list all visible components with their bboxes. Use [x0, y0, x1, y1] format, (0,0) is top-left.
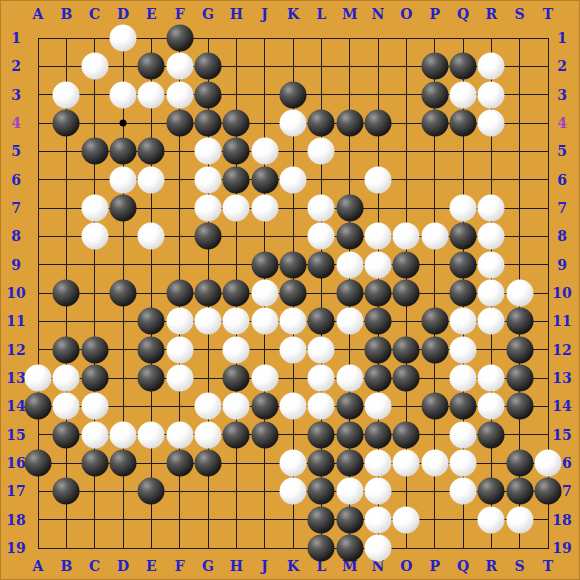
stone-white-R3 — [478, 81, 505, 108]
stone-black-L18 — [308, 506, 335, 533]
stone-white-L7 — [308, 195, 335, 222]
stone-white-K17 — [280, 478, 307, 505]
stone-black-N10 — [365, 280, 392, 307]
grid-line-v-E — [151, 38, 152, 549]
stone-black-J6 — [251, 166, 278, 193]
stone-white-F11 — [166, 308, 193, 335]
column-label-bottom-S: S — [505, 558, 535, 574]
stone-black-K10 — [280, 280, 307, 307]
row-label-right-9: 9 — [547, 257, 577, 273]
stone-black-J9 — [251, 251, 278, 278]
stone-white-S18 — [506, 506, 533, 533]
stone-white-N18 — [365, 506, 392, 533]
stone-white-Q3 — [450, 81, 477, 108]
stone-white-M17 — [336, 478, 363, 505]
stone-white-G11 — [195, 308, 222, 335]
column-label-top-B: B — [51, 6, 81, 22]
stone-black-R15 — [478, 421, 505, 448]
column-label-bottom-E: E — [136, 558, 166, 574]
stone-white-C8 — [81, 223, 108, 250]
stone-white-G6 — [195, 166, 222, 193]
stone-white-L8 — [308, 223, 335, 250]
stone-white-R13 — [478, 365, 505, 392]
stone-white-B3 — [53, 81, 80, 108]
row-label-left-18: 18 — [1, 512, 31, 528]
row-label-left-15: 15 — [1, 427, 31, 443]
stone-white-G7 — [195, 195, 222, 222]
stone-black-H6 — [223, 166, 250, 193]
stone-white-Q15 — [450, 421, 477, 448]
stone-white-R14 — [478, 393, 505, 420]
column-label-top-S: S — [505, 6, 535, 22]
row-label-left-2: 2 — [1, 58, 31, 74]
row-label-right-10: 10 — [547, 285, 577, 301]
stone-white-Q16 — [450, 450, 477, 477]
row-label-right-12: 12 — [547, 342, 577, 358]
stone-white-O18 — [393, 506, 420, 533]
stone-black-M16 — [336, 450, 363, 477]
stone-black-B10 — [53, 280, 80, 307]
column-label-top-G: G — [193, 6, 223, 22]
stone-black-E5 — [138, 138, 165, 165]
column-label-bottom-O: O — [391, 558, 421, 574]
row-label-right-2: 2 — [547, 58, 577, 74]
stone-black-D5 — [110, 138, 137, 165]
column-label-bottom-J: J — [250, 558, 280, 574]
stone-white-H11 — [223, 308, 250, 335]
stone-black-Q4 — [450, 110, 477, 137]
stone-black-F10 — [166, 280, 193, 307]
stone-white-F15 — [166, 421, 193, 448]
stone-white-M11 — [336, 308, 363, 335]
stone-white-T16 — [535, 450, 562, 477]
stone-black-N4 — [365, 110, 392, 137]
row-label-right-18: 18 — [547, 512, 577, 528]
stone-white-A13 — [25, 365, 52, 392]
stone-black-L9 — [308, 251, 335, 278]
stone-white-F3 — [166, 81, 193, 108]
column-label-top-A: A — [23, 6, 53, 22]
stone-black-P2 — [421, 53, 448, 80]
stone-white-H14 — [223, 393, 250, 420]
column-label-top-Q: Q — [448, 6, 478, 22]
stone-white-B13 — [53, 365, 80, 392]
stone-black-J14 — [251, 393, 278, 420]
grid-line-h-19 — [38, 548, 549, 549]
row-label-right-7: 7 — [547, 200, 577, 216]
stone-black-G3 — [195, 81, 222, 108]
stone-white-J13 — [251, 365, 278, 392]
row-label-left-9: 9 — [1, 257, 31, 273]
stone-white-N17 — [365, 478, 392, 505]
stone-black-D7 — [110, 195, 137, 222]
stone-black-N12 — [365, 336, 392, 363]
stone-black-H5 — [223, 138, 250, 165]
stone-white-P16 — [421, 450, 448, 477]
stone-white-M9 — [336, 251, 363, 278]
stone-white-E3 — [138, 81, 165, 108]
stone-black-S17 — [506, 478, 533, 505]
stone-white-K14 — [280, 393, 307, 420]
row-label-right-5: 5 — [547, 143, 577, 159]
stone-black-J15 — [251, 421, 278, 448]
stone-black-Q2 — [450, 53, 477, 80]
stone-black-P3 — [421, 81, 448, 108]
stone-black-E12 — [138, 336, 165, 363]
stone-white-J7 — [251, 195, 278, 222]
stone-black-A16 — [25, 450, 52, 477]
stone-black-R17 — [478, 478, 505, 505]
stone-white-L13 — [308, 365, 335, 392]
stone-white-S10 — [506, 280, 533, 307]
stone-white-J5 — [251, 138, 278, 165]
stone-white-K4 — [280, 110, 307, 137]
column-label-top-D: D — [108, 6, 138, 22]
row-label-left-10: 10 — [1, 285, 31, 301]
stone-white-K6 — [280, 166, 307, 193]
row-label-left-17: 17 — [1, 483, 31, 499]
stone-black-G4 — [195, 110, 222, 137]
stone-white-P8 — [421, 223, 448, 250]
stone-black-B12 — [53, 336, 80, 363]
stone-black-O13 — [393, 365, 420, 392]
stone-black-C13 — [81, 365, 108, 392]
row-label-left-12: 12 — [1, 342, 31, 358]
stone-white-D15 — [110, 421, 137, 448]
column-label-top-K: K — [278, 6, 308, 22]
stone-white-E15 — [138, 421, 165, 448]
stone-black-M4 — [336, 110, 363, 137]
stone-white-C14 — [81, 393, 108, 420]
column-label-bottom-H: H — [221, 558, 251, 574]
stone-white-E8 — [138, 223, 165, 250]
row-label-right-1: 1 — [547, 30, 577, 46]
stone-black-M19 — [336, 535, 363, 562]
stone-black-C5 — [81, 138, 108, 165]
stone-white-R10 — [478, 280, 505, 307]
stone-white-C2 — [81, 53, 108, 80]
stone-white-Q7 — [450, 195, 477, 222]
stone-white-Q17 — [450, 478, 477, 505]
stone-white-N9 — [365, 251, 392, 278]
stone-white-N6 — [365, 166, 392, 193]
stone-black-T17 — [535, 478, 562, 505]
stone-black-G8 — [195, 223, 222, 250]
stone-black-M7 — [336, 195, 363, 222]
column-label-top-M: M — [335, 6, 365, 22]
stone-black-B17 — [53, 478, 80, 505]
row-label-left-5: 5 — [1, 143, 31, 159]
stone-white-R9 — [478, 251, 505, 278]
stone-black-G2 — [195, 53, 222, 80]
stone-white-K16 — [280, 450, 307, 477]
column-label-top-N: N — [363, 6, 393, 22]
stone-black-O12 — [393, 336, 420, 363]
stone-white-J10 — [251, 280, 278, 307]
stone-black-N13 — [365, 365, 392, 392]
stone-black-H13 — [223, 365, 250, 392]
column-label-bottom-F: F — [165, 558, 195, 574]
stone-black-Q8 — [450, 223, 477, 250]
stone-black-M14 — [336, 393, 363, 420]
stone-white-B14 — [53, 393, 80, 420]
column-label-bottom-B: B — [51, 558, 81, 574]
stone-black-C12 — [81, 336, 108, 363]
column-label-top-J: J — [250, 6, 280, 22]
stone-black-D16 — [110, 450, 137, 477]
stone-black-M10 — [336, 280, 363, 307]
stone-black-E2 — [138, 53, 165, 80]
stone-white-G15 — [195, 421, 222, 448]
stone-black-L4 — [308, 110, 335, 137]
stone-black-F4 — [166, 110, 193, 137]
stone-white-E6 — [138, 166, 165, 193]
row-label-right-3: 3 — [547, 87, 577, 103]
row-label-left-11: 11 — [1, 313, 31, 329]
stone-black-M8 — [336, 223, 363, 250]
stone-white-D1 — [110, 25, 137, 52]
stone-black-A14 — [25, 393, 52, 420]
column-label-top-T: T — [533, 6, 563, 22]
stone-black-M18 — [336, 506, 363, 533]
stone-black-P14 — [421, 393, 448, 420]
row-label-right-4: 4 — [547, 115, 577, 131]
stone-white-Q11 — [450, 308, 477, 335]
stone-white-R18 — [478, 506, 505, 533]
stone-white-O16 — [393, 450, 420, 477]
stone-white-R8 — [478, 223, 505, 250]
star-point-D4 — [120, 120, 127, 127]
stone-white-J11 — [251, 308, 278, 335]
stone-black-S14 — [506, 393, 533, 420]
row-label-left-7: 7 — [1, 200, 31, 216]
column-label-bottom-Q: Q — [448, 558, 478, 574]
stone-black-N15 — [365, 421, 392, 448]
stone-black-Q9 — [450, 251, 477, 278]
stone-black-S12 — [506, 336, 533, 363]
stone-white-G14 — [195, 393, 222, 420]
stone-white-R2 — [478, 53, 505, 80]
stone-black-S13 — [506, 365, 533, 392]
row-label-left-8: 8 — [1, 228, 31, 244]
row-label-right-6: 6 — [547, 172, 577, 188]
stone-black-F16 — [166, 450, 193, 477]
stone-black-L15 — [308, 421, 335, 448]
column-label-top-F: F — [165, 6, 195, 22]
stone-black-H4 — [223, 110, 250, 137]
stone-white-F2 — [166, 53, 193, 80]
row-label-left-1: 1 — [1, 30, 31, 46]
column-label-top-P: P — [420, 6, 450, 22]
stone-black-K3 — [280, 81, 307, 108]
column-label-top-O: O — [391, 6, 421, 22]
stone-black-O9 — [393, 251, 420, 278]
stone-white-C7 — [81, 195, 108, 222]
stone-black-H15 — [223, 421, 250, 448]
stone-black-E11 — [138, 308, 165, 335]
stone-white-R4 — [478, 110, 505, 137]
stone-white-Q12 — [450, 336, 477, 363]
stone-black-M15 — [336, 421, 363, 448]
stone-black-S11 — [506, 308, 533, 335]
stone-white-D6 — [110, 166, 137, 193]
stone-white-H12 — [223, 336, 250, 363]
stone-black-D10 — [110, 280, 137, 307]
stone-white-G5 — [195, 138, 222, 165]
stone-white-L14 — [308, 393, 335, 420]
stone-white-D3 — [110, 81, 137, 108]
stone-black-E13 — [138, 365, 165, 392]
column-label-bottom-K: K — [278, 558, 308, 574]
stone-black-S16 — [506, 450, 533, 477]
column-label-top-H: H — [221, 6, 251, 22]
stone-black-L19 — [308, 535, 335, 562]
stone-white-R11 — [478, 308, 505, 335]
column-label-top-R: R — [476, 6, 506, 22]
row-label-right-8: 8 — [547, 228, 577, 244]
stone-black-E17 — [138, 478, 165, 505]
stone-white-K12 — [280, 336, 307, 363]
stone-black-Q14 — [450, 393, 477, 420]
column-label-bottom-G: G — [193, 558, 223, 574]
stone-white-H7 — [223, 195, 250, 222]
column-label-top-E: E — [136, 6, 166, 22]
stone-black-H10 — [223, 280, 250, 307]
stone-white-F12 — [166, 336, 193, 363]
stone-black-B15 — [53, 421, 80, 448]
stone-white-O8 — [393, 223, 420, 250]
stone-black-P11 — [421, 308, 448, 335]
stone-black-L11 — [308, 308, 335, 335]
stone-black-G10 — [195, 280, 222, 307]
column-label-bottom-A: A — [23, 558, 53, 574]
stone-black-C16 — [81, 450, 108, 477]
column-label-top-C: C — [80, 6, 110, 22]
stone-white-N8 — [365, 223, 392, 250]
row-label-left-3: 3 — [1, 87, 31, 103]
row-label-right-19: 19 — [547, 540, 577, 556]
stone-black-O15 — [393, 421, 420, 448]
stone-white-L5 — [308, 138, 335, 165]
stone-black-B4 — [53, 110, 80, 137]
row-label-right-13: 13 — [547, 370, 577, 386]
column-label-bottom-P: P — [420, 558, 450, 574]
stone-black-F1 — [166, 25, 193, 52]
stone-black-G16 — [195, 450, 222, 477]
row-label-right-15: 15 — [547, 427, 577, 443]
stone-white-K11 — [280, 308, 307, 335]
row-label-left-19: 19 — [1, 540, 31, 556]
stone-white-R7 — [478, 195, 505, 222]
row-label-right-11: 11 — [547, 313, 577, 329]
stone-white-M13 — [336, 365, 363, 392]
stone-black-P4 — [421, 110, 448, 137]
stone-black-L17 — [308, 478, 335, 505]
stone-white-F13 — [166, 365, 193, 392]
grid-line-h-18 — [38, 519, 549, 520]
stone-black-O10 — [393, 280, 420, 307]
go-board-screenshot: AA11BB22CC33DD44EE55FF66GG77HH88JJ99KK10… — [0, 0, 580, 580]
row-label-left-6: 6 — [1, 172, 31, 188]
stone-black-P12 — [421, 336, 448, 363]
stone-white-Q13 — [450, 365, 477, 392]
column-label-bottom-T: T — [533, 558, 563, 574]
stone-white-N16 — [365, 450, 392, 477]
stone-black-Q10 — [450, 280, 477, 307]
row-label-left-4: 4 — [1, 115, 31, 131]
stone-black-K9 — [280, 251, 307, 278]
stone-black-L16 — [308, 450, 335, 477]
column-label-bottom-D: D — [108, 558, 138, 574]
stone-white-L12 — [308, 336, 335, 363]
stone-black-N11 — [365, 308, 392, 335]
stone-white-N14 — [365, 393, 392, 420]
stone-white-N19 — [365, 535, 392, 562]
stone-white-C15 — [81, 421, 108, 448]
column-label-bottom-C: C — [80, 558, 110, 574]
column-label-top-L: L — [306, 6, 336, 22]
column-label-bottom-R: R — [476, 558, 506, 574]
row-label-right-14: 14 — [547, 398, 577, 414]
